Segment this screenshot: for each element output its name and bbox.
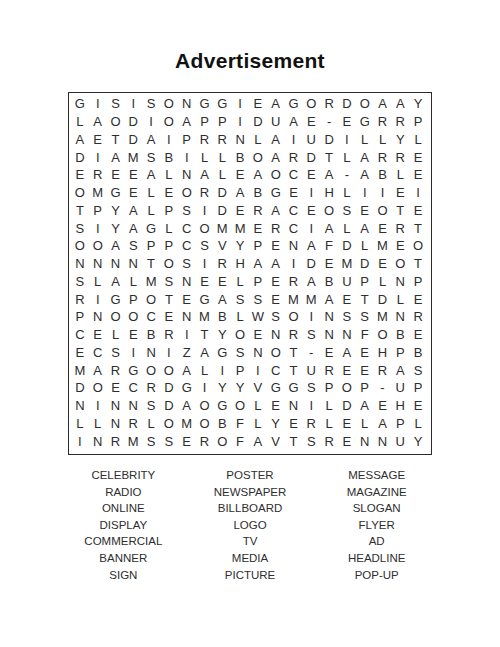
grid-cell: A (267, 202, 285, 220)
grid-cell: L (338, 148, 356, 166)
grid-cell: N (124, 255, 142, 273)
grid-cell: C (178, 219, 196, 237)
grid-cell: M (142, 273, 160, 291)
grid-cell: L (231, 273, 249, 291)
grid-cell: S (338, 202, 356, 220)
grid-cell: O (160, 361, 178, 379)
grid-cell: P (249, 273, 267, 291)
grid-cell: Y (409, 432, 427, 450)
grid-cell: U (391, 379, 409, 397)
grid-cell: G (107, 290, 125, 308)
grid-cell: N (391, 308, 409, 326)
grid-cell: R (374, 113, 392, 131)
grid-cell: I (302, 184, 320, 202)
grid-cell: N (391, 273, 409, 291)
grid-cell: E (160, 184, 178, 202)
grid-cell: T (320, 148, 338, 166)
grid-cell: E (213, 273, 231, 291)
grid-cell: H (391, 397, 409, 415)
grid-cell: L (213, 148, 231, 166)
grid-cell: L (356, 415, 374, 433)
grid-cell: D (124, 113, 142, 131)
grid-cell: I (89, 290, 107, 308)
grid-cell: S (178, 255, 196, 273)
grid-cell: L (391, 290, 409, 308)
word-list-item: BANNER (60, 550, 187, 567)
word-list-item: POP-UP (313, 567, 440, 584)
word-list: CELEBRITYRADIOONLINEDISPLAYCOMMERCIALBAN… (60, 467, 440, 583)
grid-cell: P (160, 202, 178, 220)
grid-cell: N (356, 432, 374, 450)
word-list-item: BILLBOARD (187, 500, 314, 517)
grid-cell: A (267, 148, 285, 166)
grid-cell: E (231, 166, 249, 184)
grid-cell: A (89, 113, 107, 131)
grid-cell: E (302, 113, 320, 131)
grid-cell: A (267, 95, 285, 113)
grid-cell: I (178, 326, 196, 344)
grid-cell: A (196, 166, 214, 184)
grid-cell: L (142, 202, 160, 220)
grid-cell: N (178, 273, 196, 291)
grid-cell: L (320, 397, 338, 415)
grid-cell: I (178, 148, 196, 166)
grid-cell: G (285, 379, 303, 397)
grid-cell: O (391, 255, 409, 273)
grid-cell: E (338, 113, 356, 131)
grid-cell: E (356, 361, 374, 379)
grid-cell: S (196, 237, 214, 255)
grid-cell: O (231, 326, 249, 344)
word-list-item: MEDIA (187, 550, 314, 567)
grid-cell: Y (231, 237, 249, 255)
grid-cell: E (196, 273, 214, 291)
word-list-item: NEWSPAPER (187, 484, 314, 501)
word-list-item: TV (187, 533, 314, 550)
grid-cell: P (142, 237, 160, 255)
grid-cell: T (391, 202, 409, 220)
grid-cell: D (338, 95, 356, 113)
grid-cell: T (160, 290, 178, 308)
grid-cell: N (338, 326, 356, 344)
grid-cell: N (107, 415, 125, 433)
grid-cell: E (285, 415, 303, 433)
grid-cell: I (71, 432, 89, 450)
grid-cell: I (89, 219, 107, 237)
grid-cell: S (249, 290, 267, 308)
grid-cell: O (213, 432, 231, 450)
grid-cell: A (142, 131, 160, 149)
grid-cell: N (142, 344, 160, 362)
grid-cell: L (338, 184, 356, 202)
grid-cell: E (249, 95, 267, 113)
grid-cell: P (124, 290, 142, 308)
grid-cell: P (249, 237, 267, 255)
grid-cell: D (338, 237, 356, 255)
word-list-item: LOGO (187, 517, 314, 534)
grid-cell: A (249, 255, 267, 273)
grid-cell: R (142, 379, 160, 397)
grid-cell: D (356, 255, 374, 273)
grid-cell: O (267, 344, 285, 362)
grid-cell: B (160, 148, 178, 166)
grid-cell: U (391, 432, 409, 450)
grid-cell: U (302, 131, 320, 149)
grid-cell: R (374, 148, 392, 166)
grid-cell: R (409, 308, 427, 326)
grid-cell: B (249, 184, 267, 202)
grid-cell: D (302, 255, 320, 273)
grid-cell: I (285, 131, 303, 149)
grid-cell: P (231, 361, 249, 379)
grid-cell: S (160, 432, 178, 450)
grid-cell: Y (231, 379, 249, 397)
grid-cell: F (231, 415, 249, 433)
grid-cell: O (374, 326, 392, 344)
grid-cell: R (213, 255, 231, 273)
grid-cell: B (374, 166, 392, 184)
grid-cell: M (124, 432, 142, 450)
grid-cell: O (320, 202, 338, 220)
grid-cell: S (302, 326, 320, 344)
grid-cell: R (320, 95, 338, 113)
grid-cell: N (231, 131, 249, 149)
grid-cell: P (409, 113, 427, 131)
grid-cell: R (285, 273, 303, 291)
grid-cell: I (231, 95, 249, 113)
grid-cell: S (142, 95, 160, 113)
grid-cell: E (374, 219, 392, 237)
grid-cell: E (320, 344, 338, 362)
grid-cell: E (267, 237, 285, 255)
grid-cell: I (285, 255, 303, 273)
grid-cell: E (409, 202, 427, 220)
grid-cell: L (196, 361, 214, 379)
grid-cell: O (409, 237, 427, 255)
grid-cell: O (160, 113, 178, 131)
grid-cell: E (338, 432, 356, 450)
grid-cell: O (142, 361, 160, 379)
grid-cell: V (267, 432, 285, 450)
grid-cell: T (285, 432, 303, 450)
grid-cell: Y (409, 95, 427, 113)
grid-cell: - (320, 113, 338, 131)
grid-cell: N (249, 344, 267, 362)
grid-cell: T (285, 344, 303, 362)
grid-cell: I (338, 131, 356, 149)
grid-cell: E (356, 202, 374, 220)
grid-cell: Y (213, 379, 231, 397)
grid-cell: P (391, 415, 409, 433)
grid-cell: P (320, 379, 338, 397)
grid-cell: I (302, 397, 320, 415)
grid-cell: D (320, 131, 338, 149)
grid-cell: E (267, 397, 285, 415)
grid-cell: E (409, 326, 427, 344)
grid-cell: S (160, 273, 178, 291)
grid-cell: L (142, 415, 160, 433)
grid-cell: D (302, 148, 320, 166)
grid-cell: W (249, 308, 267, 326)
grid-cell: M (285, 290, 303, 308)
grid-cell: - (374, 379, 392, 397)
grid-cell: P (391, 344, 409, 362)
grid-cell: O (107, 308, 125, 326)
grid-cell: E (160, 308, 178, 326)
grid-cell: T (142, 255, 160, 273)
grid-cell: L (249, 131, 267, 149)
grid-cell: A (267, 255, 285, 273)
grid-cell: A (374, 415, 392, 433)
grid-cell: B (409, 344, 427, 362)
grid-cell: R (320, 361, 338, 379)
grid-cell: E (391, 237, 409, 255)
grid-cell: H (320, 184, 338, 202)
grid-cell: I (89, 397, 107, 415)
grid-cell: D (213, 202, 231, 220)
grid-cell: A (302, 273, 320, 291)
word-list-item: FLYER (313, 517, 440, 534)
grid-cell: I (213, 361, 231, 379)
grid-cell: E (338, 415, 356, 433)
grid-cell: G (142, 219, 160, 237)
grid-cell: A (231, 184, 249, 202)
grid-cell: I (124, 344, 142, 362)
grid-cell: F (356, 326, 374, 344)
grid-cell: F (320, 237, 338, 255)
grid-cell: S (338, 308, 356, 326)
grid-cell: S (142, 148, 160, 166)
grid-cell: A (267, 131, 285, 149)
grid-cell: C (267, 361, 285, 379)
grid-cell: A (356, 397, 374, 415)
grid-cell: N (107, 397, 125, 415)
grid-cell: R (107, 432, 125, 450)
puzzle-title: Advertisement (0, 49, 500, 73)
grid-cell: A (320, 166, 338, 184)
grid-cell: A (142, 166, 160, 184)
grid-cell: L (213, 166, 231, 184)
grid-cell: N (320, 326, 338, 344)
grid-cell: I (89, 148, 107, 166)
grid-cell: A (338, 344, 356, 362)
grid-cell: E (409, 290, 427, 308)
grid-cell: I (302, 308, 320, 326)
grid-cell: G (124, 361, 142, 379)
grid-cell: Y (267, 415, 285, 433)
grid-cell: A (320, 219, 338, 237)
grid-cell: O (231, 397, 249, 415)
grid-cell: M (213, 219, 231, 237)
grid-cell: O (160, 95, 178, 113)
grid-cell: N (285, 397, 303, 415)
grid-cell: O (338, 379, 356, 397)
grid-cell: O (178, 184, 196, 202)
grid-cell: R (71, 290, 89, 308)
grid-cell: L (160, 166, 178, 184)
grid-cell: I (89, 95, 107, 113)
grid-cell: L (196, 148, 214, 166)
word-search-grid: GISISONGGIEAGORDOAAYLAODIOAPPIDUAE-EGRRP… (68, 92, 432, 455)
grid-cell: S (302, 379, 320, 397)
grid-cell: B (213, 415, 231, 433)
grid-cell: O (124, 308, 142, 326)
grid-cell: L (160, 219, 178, 237)
grid-cell: D (338, 397, 356, 415)
grid-cell: L (374, 273, 392, 291)
grid-cell: L (338, 219, 356, 237)
grid-cell: A (391, 95, 409, 113)
grid-cell: A (356, 148, 374, 166)
grid-cell: G (267, 184, 285, 202)
grid-cell: P (409, 379, 427, 397)
grid-cell: G (285, 95, 303, 113)
grid-cell: O (160, 255, 178, 273)
grid-cell: R (320, 432, 338, 450)
grid-cell: R (196, 131, 214, 149)
grid-cell: A (178, 361, 196, 379)
grid-cell: N (374, 432, 392, 450)
grid-cell: M (89, 184, 107, 202)
grid-cell: L (89, 415, 107, 433)
grid-cell: E (302, 202, 320, 220)
grid-cell: A (249, 432, 267, 450)
grid-cell: A (285, 113, 303, 131)
puzzle-page: Advertisement GISISONGGIEAGORDOAAYLAODIO… (0, 0, 500, 647)
grid-cell: N (178, 95, 196, 113)
grid-cell: E (374, 255, 392, 273)
grid-cell: C (178, 237, 196, 255)
grid-cell: E (391, 184, 409, 202)
grid-cell: A (213, 290, 231, 308)
grid-cell: C (124, 379, 142, 397)
grid-cell: T (409, 219, 427, 237)
grid-cell: S (71, 219, 89, 237)
grid-cell: T (196, 326, 214, 344)
grid-cell: N (124, 397, 142, 415)
grid-cell: R (285, 326, 303, 344)
grid-cell: S (409, 361, 427, 379)
grid-cell: O (160, 415, 178, 433)
grid-cell: E (409, 148, 427, 166)
grid-cell: D (71, 379, 89, 397)
grid-cell: A (178, 113, 196, 131)
grid-cell: N (267, 326, 285, 344)
grid-cell: S (356, 308, 374, 326)
grid-cell: M (338, 255, 356, 273)
grid-cell: E (409, 166, 427, 184)
grid-cell: G (196, 95, 214, 113)
grid-cell: A (107, 148, 125, 166)
grid-cell: L (89, 273, 107, 291)
grid-cell: E (107, 166, 125, 184)
grid-cell: R (391, 148, 409, 166)
grid-cell: T (409, 255, 427, 273)
grid-cell: L (231, 308, 249, 326)
grid-cell: Y (391, 131, 409, 149)
grid-cell: S (107, 95, 125, 113)
grid-cell: I (356, 184, 374, 202)
grid-cell: L (356, 131, 374, 149)
word-list-item: SLOGAN (313, 500, 440, 517)
grid-cell: I (196, 202, 214, 220)
grid-cell: M (71, 361, 89, 379)
grid-cell: O (196, 397, 214, 415)
grid-cell: A (356, 166, 374, 184)
grid-cell: G (267, 379, 285, 397)
grid-cell: E (71, 344, 89, 362)
grid-cell: O (249, 148, 267, 166)
grid-cell: R (124, 415, 142, 433)
grid-cell: M (374, 237, 392, 255)
grid-cell: R (213, 131, 231, 149)
grid-cell: I (196, 255, 214, 273)
grid-cell: B (320, 273, 338, 291)
grid-cell: D (160, 379, 178, 397)
grid-cell: E (267, 273, 285, 291)
grid-cell: L (409, 131, 427, 149)
grid-cell: P (409, 273, 427, 291)
grid-cell: O (142, 290, 160, 308)
grid-cell: G (178, 379, 196, 397)
grid-cell: - (302, 344, 320, 362)
grid-cell: P (213, 113, 231, 131)
grid-cell: R (374, 361, 392, 379)
grid-cell: S (142, 432, 160, 450)
grid-cell: S (302, 432, 320, 450)
grid-cell: C (142, 308, 160, 326)
word-list-item: POSTER (187, 467, 314, 484)
word-list-item: DISPLAY (60, 517, 187, 534)
grid-cell: N (107, 255, 125, 273)
grid-cell: L (249, 415, 267, 433)
grid-cell: I (196, 379, 214, 397)
grid-cell: C (285, 166, 303, 184)
grid-cell: S (231, 290, 249, 308)
grid-cell: M (178, 415, 196, 433)
grid-cell: N (178, 166, 196, 184)
grid-cell: E (409, 397, 427, 415)
grid-cell: R (302, 415, 320, 433)
grid-cell: A (124, 202, 142, 220)
grid-cell: E (267, 290, 285, 308)
grid-cell: O (374, 202, 392, 220)
grid-cell: B (142, 326, 160, 344)
grid-cell: I (231, 113, 249, 131)
grid-cell: R (107, 361, 125, 379)
grid-cell: E (124, 166, 142, 184)
grid-cell: N (285, 237, 303, 255)
grid-cell: M (231, 219, 249, 237)
grid-cell: Y (107, 202, 125, 220)
grid-cell: V (249, 379, 267, 397)
word-list-item: AD (313, 533, 440, 550)
grid-cell: S (267, 308, 285, 326)
grid-cell: P (356, 273, 374, 291)
grid-cell: L (71, 113, 89, 131)
grid-cell: E (178, 290, 196, 308)
grid-cell: I (160, 131, 178, 149)
word-list-item: RADIO (60, 484, 187, 501)
grid-cell: E (320, 255, 338, 273)
grid-cell: U (302, 361, 320, 379)
grid-cell: A (320, 290, 338, 308)
grid-cell: E (107, 379, 125, 397)
grid-cell: I (124, 95, 142, 113)
grid-cell: S (178, 202, 196, 220)
grid-cell: C (89, 344, 107, 362)
grid-cell: R (89, 166, 107, 184)
